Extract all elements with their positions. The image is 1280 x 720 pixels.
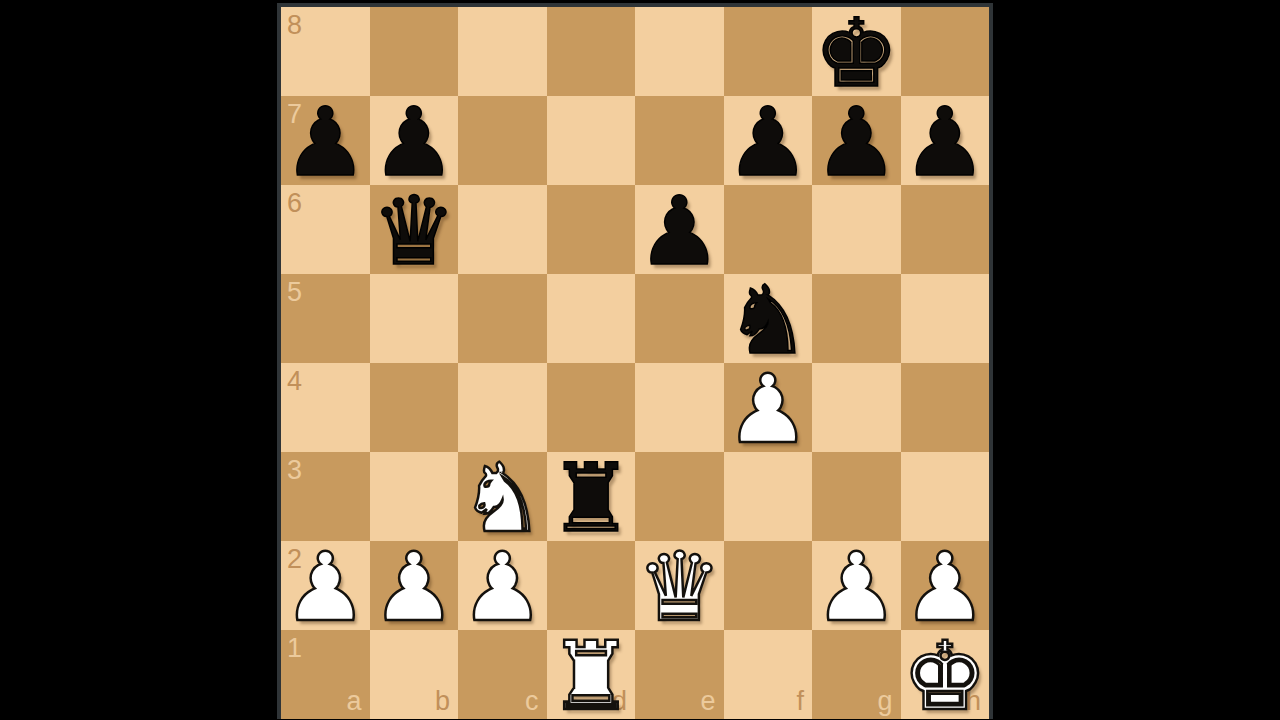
square-c1: c <box>458 630 547 719</box>
square-e1: e <box>635 630 724 719</box>
piece-black-pawn-g7: ♟ <box>814 95 899 190</box>
square-b7: ♟ <box>370 96 459 185</box>
chess-board: 8♚7♟♟♟♟♟6♛♟5♞4♟3♞♜2♟♟♟♛♟♟1abcd♜efgh♚ <box>281 7 989 719</box>
piece-white-pawn-b2: ♟ <box>371 540 456 635</box>
file-label-e: e <box>700 688 715 715</box>
square-d8 <box>547 7 636 96</box>
square-b5 <box>370 274 459 363</box>
piece-white-rook-d1: ♜ <box>548 629 633 720</box>
square-b8 <box>370 7 459 96</box>
square-a6: 6 <box>281 185 370 274</box>
square-g4 <box>812 363 901 452</box>
square-c7 <box>458 96 547 185</box>
letterbox-right <box>993 0 1280 720</box>
file-label-c: c <box>525 688 539 715</box>
square-a2: 2♟ <box>281 541 370 630</box>
square-f1: f <box>724 630 813 719</box>
square-c8 <box>458 7 547 96</box>
square-b6: ♛ <box>370 185 459 274</box>
square-d4 <box>547 363 636 452</box>
file-label-g: g <box>877 688 892 715</box>
piece-white-pawn-f4: ♟ <box>725 362 810 457</box>
rank-label-3: 3 <box>287 457 302 484</box>
square-e5 <box>635 274 724 363</box>
square-h1: h♚ <box>901 630 990 719</box>
square-d5 <box>547 274 636 363</box>
square-f6 <box>724 185 813 274</box>
square-d7 <box>547 96 636 185</box>
square-g7: ♟ <box>812 96 901 185</box>
square-e2: ♛ <box>635 541 724 630</box>
file-label-f: f <box>796 688 804 715</box>
square-d3: ♜ <box>547 452 636 541</box>
piece-black-pawn-a7: ♟ <box>283 95 368 190</box>
square-h5 <box>901 274 990 363</box>
square-d6 <box>547 185 636 274</box>
file-label-a: a <box>346 688 361 715</box>
square-g8: ♚ <box>812 7 901 96</box>
square-b4 <box>370 363 459 452</box>
piece-white-pawn-c2: ♟ <box>460 540 545 635</box>
piece-white-king-h1: ♚ <box>902 629 987 720</box>
square-h6 <box>901 185 990 274</box>
letterbox-left <box>0 0 277 720</box>
square-e7 <box>635 96 724 185</box>
square-g5 <box>812 274 901 363</box>
square-f7: ♟ <box>724 96 813 185</box>
square-a8: 8 <box>281 7 370 96</box>
rank-label-4: 4 <box>287 368 302 395</box>
square-h3 <box>901 452 990 541</box>
file-label-b: b <box>435 688 450 715</box>
square-c3: ♞ <box>458 452 547 541</box>
piece-white-pawn-a2: ♟ <box>283 540 368 635</box>
square-b3 <box>370 452 459 541</box>
rank-label-5: 5 <box>287 279 302 306</box>
square-g6 <box>812 185 901 274</box>
square-g1: g <box>812 630 901 719</box>
square-e8 <box>635 7 724 96</box>
square-f8 <box>724 7 813 96</box>
square-b1: b <box>370 630 459 719</box>
square-c2: ♟ <box>458 541 547 630</box>
square-h2: ♟ <box>901 541 990 630</box>
square-a7: 7♟ <box>281 96 370 185</box>
square-f3 <box>724 452 813 541</box>
square-g3 <box>812 452 901 541</box>
square-a5: 5 <box>281 274 370 363</box>
square-a3: 3 <box>281 452 370 541</box>
piece-black-pawn-e6: ♟ <box>637 184 722 279</box>
piece-white-queen-e2: ♛ <box>637 540 722 635</box>
square-f4: ♟ <box>724 363 813 452</box>
square-d1: d♜ <box>547 630 636 719</box>
square-h7: ♟ <box>901 96 990 185</box>
square-e4 <box>635 363 724 452</box>
piece-black-pawn-h7: ♟ <box>902 95 987 190</box>
piece-black-rook-d3: ♜ <box>548 451 633 546</box>
square-f5: ♞ <box>724 274 813 363</box>
piece-black-queen-b6: ♛ <box>371 184 456 279</box>
square-d2 <box>547 541 636 630</box>
rank-label-8: 8 <box>287 12 302 39</box>
square-e6: ♟ <box>635 185 724 274</box>
square-c5 <box>458 274 547 363</box>
square-c6 <box>458 185 547 274</box>
piece-white-pawn-g2: ♟ <box>814 540 899 635</box>
piece-black-pawn-f7: ♟ <box>725 95 810 190</box>
square-e3 <box>635 452 724 541</box>
square-f2 <box>724 541 813 630</box>
square-h4 <box>901 363 990 452</box>
square-g2: ♟ <box>812 541 901 630</box>
chess-board-frame: 8♚7♟♟♟♟♟6♛♟5♞4♟3♞♜2♟♟♟♛♟♟1abcd♜efgh♚ <box>277 3 993 719</box>
square-h8 <box>901 7 990 96</box>
square-a1: 1a <box>281 630 370 719</box>
square-c4 <box>458 363 547 452</box>
square-a4: 4 <box>281 363 370 452</box>
square-b2: ♟ <box>370 541 459 630</box>
